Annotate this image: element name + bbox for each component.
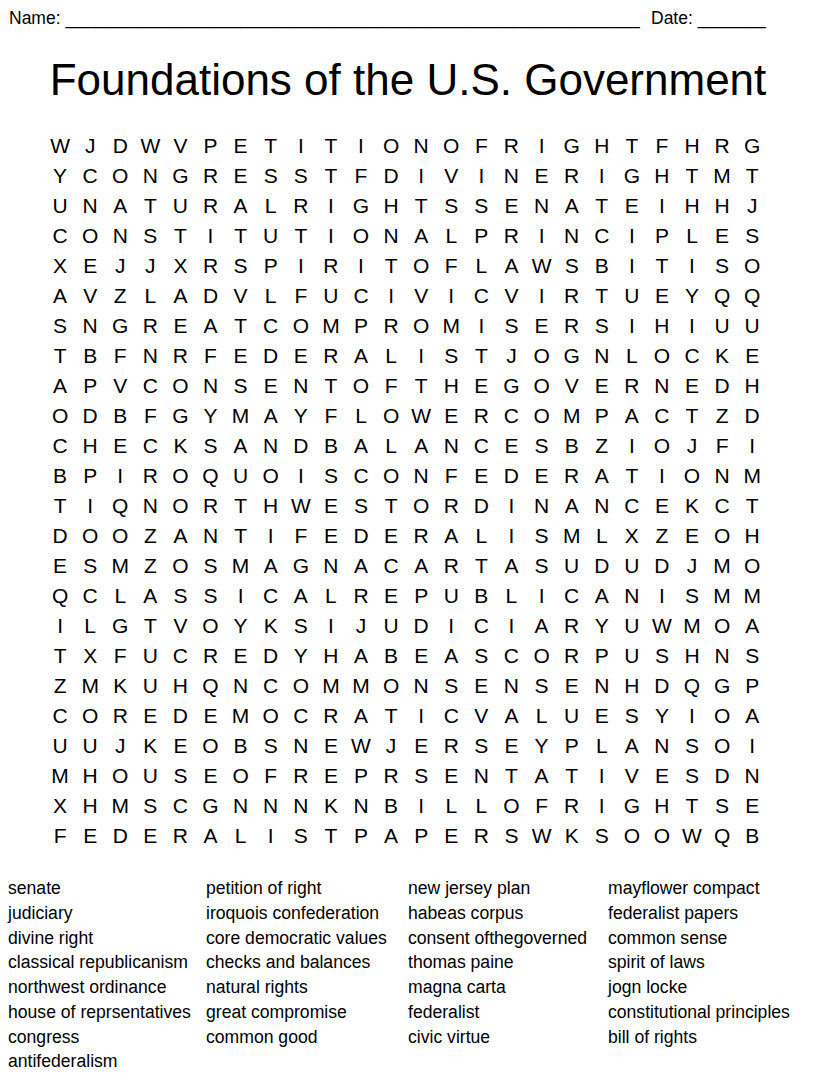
grid-cell: H	[647, 161, 677, 191]
grid-cell: G	[496, 371, 526, 401]
grid-cell: A	[256, 551, 286, 581]
grid-cell: M	[557, 401, 587, 431]
grid-cell: V	[466, 701, 496, 731]
grid-cell: S	[587, 311, 617, 341]
grid-cell: M	[557, 521, 587, 551]
grid-cell: U	[707, 311, 737, 341]
grid-cell: O	[376, 401, 406, 431]
grid-cell: A	[617, 731, 647, 761]
grid-cell: O	[617, 821, 647, 851]
grid-cell: D	[195, 281, 225, 311]
grid-cell: E	[466, 371, 496, 401]
grid-cell: D	[256, 341, 286, 371]
grid-cell: T	[316, 161, 346, 191]
grid-cell: R	[376, 761, 406, 791]
grid-cell: I	[436, 611, 466, 641]
grid-cell: Q	[737, 281, 767, 311]
grid-cell: H	[376, 191, 406, 221]
grid-cell: O	[527, 401, 557, 431]
grid-cell: I	[496, 611, 526, 641]
grid-cell: T	[226, 311, 256, 341]
grid-cell: T	[135, 611, 165, 641]
grid-cell: I	[376, 281, 406, 311]
grid-cell: N	[75, 191, 105, 221]
grid-cell: P	[587, 401, 617, 431]
grid-cell: T	[617, 131, 647, 161]
grid-cell: C	[256, 311, 286, 341]
grid-cell: O	[707, 521, 737, 551]
grid-cell: Z	[105, 281, 135, 311]
grid-cell: M	[707, 581, 737, 611]
grid-cell: S	[286, 611, 316, 641]
grid-cell: O	[436, 131, 466, 161]
grid-cell: D	[346, 521, 376, 551]
grid-cell: M	[707, 161, 737, 191]
word-list-item: bill of rights	[608, 1025, 790, 1050]
grid-cell: W	[527, 821, 557, 851]
grid-cell: U	[135, 761, 165, 791]
grid-cell: T	[376, 701, 406, 731]
grid-cell: I	[286, 251, 316, 281]
grid-cell: S	[677, 731, 707, 761]
grid-cell: Z	[45, 671, 75, 701]
grid-cell: D	[45, 521, 75, 551]
name-field: Name: __________________________________…	[9, 8, 640, 29]
grid-cell: E	[496, 731, 526, 761]
grid-cell: S	[737, 641, 767, 671]
grid-cell: I	[436, 281, 466, 311]
grid-cell: U	[45, 191, 75, 221]
grid-cell: S	[527, 431, 557, 461]
grid-cell: J	[105, 251, 135, 281]
grid-cell: M	[226, 551, 256, 581]
grid-cell: S	[45, 311, 75, 341]
grid-cell: L	[226, 821, 256, 851]
grid-cell: T	[226, 491, 256, 521]
grid-cell: C	[466, 611, 496, 641]
grid-cell: L	[376, 431, 406, 461]
grid-cell: B	[105, 401, 135, 431]
grid-cell: E	[677, 371, 707, 401]
grid-cell: N	[286, 731, 316, 761]
grid-cell: U	[75, 731, 105, 761]
grid-cell: D	[376, 161, 406, 191]
grid-cell: F	[647, 131, 677, 161]
grid-cell: G	[165, 161, 195, 191]
grid-cell: T	[226, 221, 256, 251]
grid-cell: A	[557, 191, 587, 221]
grid-cell: I	[617, 311, 647, 341]
grid-cell: U	[165, 191, 195, 221]
grid-cell: A	[527, 761, 557, 791]
grid-cell: F	[195, 341, 225, 371]
grid-cell: F	[376, 371, 406, 401]
grid-cell: S	[346, 491, 376, 521]
grid-cell: O	[647, 341, 677, 371]
grid-cell: A	[737, 611, 767, 641]
grid-cell: M	[316, 671, 346, 701]
grid-cell: E	[647, 491, 677, 521]
grid-cell: B	[737, 821, 767, 851]
grid-cell: W	[527, 251, 557, 281]
grid-cell: M	[45, 761, 75, 791]
grid-cell: O	[346, 371, 376, 401]
grid-cell: C	[707, 491, 737, 521]
grid-cell: I	[346, 131, 376, 161]
grid-cell: L	[527, 701, 557, 731]
grid-cell: R	[195, 251, 225, 281]
grid-cell: I	[316, 611, 346, 641]
grid-cell: E	[165, 311, 195, 341]
grid-cell: M	[737, 461, 767, 491]
grid-cell: N	[376, 221, 406, 251]
grid-cell: N	[707, 461, 737, 491]
grid-cell: T	[45, 641, 75, 671]
grid-cell: A	[587, 461, 617, 491]
grid-cell: Q	[707, 281, 737, 311]
grid-cell: U	[45, 731, 75, 761]
grid-cell: J	[737, 191, 767, 221]
word-list-item: constitutional principles	[608, 1000, 790, 1025]
grid-cell: D	[286, 431, 316, 461]
grid-cell: H	[256, 491, 286, 521]
name-label: Name:	[9, 8, 61, 28]
grid-cell: C	[496, 401, 526, 431]
grid-cell: T	[316, 131, 346, 161]
grid-cell: J	[135, 251, 165, 281]
grid-cell: O	[286, 671, 316, 701]
grid-cell: I	[286, 131, 316, 161]
grid-cell: J	[496, 341, 526, 371]
grid-cell: F	[527, 791, 557, 821]
grid-cell: C	[135, 371, 165, 401]
grid-cell: Y	[527, 731, 557, 761]
grid-cell: R	[195, 191, 225, 221]
grid-cell: O	[256, 461, 286, 491]
word-list-item: habeas corpus	[408, 901, 587, 926]
grid-cell: O	[406, 311, 436, 341]
grid-cell: D	[406, 611, 436, 641]
grid-cell: O	[75, 701, 105, 731]
grid-cell: R	[496, 131, 526, 161]
grid-cell: H	[647, 791, 677, 821]
grid-cell: R	[557, 161, 587, 191]
grid-cell: A	[557, 491, 587, 521]
grid-cell: T	[45, 491, 75, 521]
grid-cell: E	[617, 191, 647, 221]
grid-cell: V	[105, 371, 135, 401]
grid-cell: V	[165, 131, 195, 161]
grid-cell: S	[195, 581, 225, 611]
grid-cell: T	[165, 221, 195, 251]
grid-cell: N	[195, 521, 225, 551]
word-list-item: consent ofthegoverned	[408, 926, 587, 951]
grid-cell: E	[406, 641, 436, 671]
grid-cell: F	[135, 401, 165, 431]
grid-cell: T	[316, 821, 346, 851]
grid-cell: C	[45, 221, 75, 251]
grid-cell: T	[737, 161, 767, 191]
grid-cell: C	[165, 791, 195, 821]
grid-cell: C	[376, 551, 406, 581]
grid-cell: T	[587, 281, 617, 311]
grid-cell: A	[527, 611, 557, 641]
grid-cell: A	[195, 821, 225, 851]
grid-cell: I	[587, 161, 617, 191]
grid-cell: C	[256, 671, 286, 701]
grid-cell: L	[135, 281, 165, 311]
grid-cell: O	[346, 221, 376, 251]
grid-cell: O	[165, 551, 195, 581]
grid-cell: H	[617, 671, 647, 701]
grid-cell: T	[135, 191, 165, 221]
grid-cell: A	[256, 401, 286, 431]
grid-cell: O	[707, 731, 737, 761]
grid-cell: I	[195, 221, 225, 251]
grid-cell: J	[677, 551, 707, 581]
grid-cell: Z	[587, 431, 617, 461]
grid-cell: G	[737, 131, 767, 161]
grid-cell: T	[406, 371, 436, 401]
grid-cell: P	[75, 371, 105, 401]
grid-cell: N	[617, 581, 647, 611]
grid-cell: D	[165, 701, 195, 731]
grid-cell: E	[376, 581, 406, 611]
grid-cell: O	[647, 821, 677, 851]
grid-cell: A	[406, 221, 436, 251]
grid-cell: W	[677, 821, 707, 851]
grid-cell: N	[346, 791, 376, 821]
grid-cell: E	[496, 191, 526, 221]
grid-cell: H	[75, 791, 105, 821]
grid-cell: M	[737, 581, 767, 611]
grid-cell: F	[105, 641, 135, 671]
grid-cell: U	[617, 611, 647, 641]
grid-cell: D	[647, 551, 677, 581]
grid-cell: T	[45, 341, 75, 371]
word-list-item: spirit of laws	[608, 950, 790, 975]
grid-cell: H	[677, 131, 707, 161]
grid-cell: Q	[105, 491, 135, 521]
grid-cell: Y	[647, 701, 677, 731]
grid-cell: H	[707, 191, 737, 221]
grid-cell: D	[75, 401, 105, 431]
grid-cell: O	[195, 611, 225, 641]
grid-cell: A	[346, 701, 376, 731]
grid-cell: R	[376, 311, 406, 341]
grid-cell: M	[226, 701, 256, 731]
grid-cell: I	[286, 461, 316, 491]
grid-cell: O	[226, 761, 256, 791]
grid-cell: G	[707, 671, 737, 701]
grid-cell: E	[226, 341, 256, 371]
grid-cell: C	[346, 461, 376, 491]
grid-cell: A	[346, 641, 376, 671]
name-blank-line: ________________________________________…	[65, 8, 639, 28]
grid-cell: C	[45, 701, 75, 731]
word-list-item: natural rights	[206, 975, 387, 1000]
grid-cell: Y	[677, 281, 707, 311]
grid-cell: E	[436, 821, 466, 851]
grid-cell: I	[496, 521, 526, 551]
grid-cell: C	[75, 581, 105, 611]
grid-cell: K	[135, 731, 165, 761]
grid-cell: C	[647, 401, 677, 431]
grid-cell: U	[135, 641, 165, 671]
grid-cell: I	[587, 761, 617, 791]
grid-cell: R	[557, 791, 587, 821]
grid-cell: R	[286, 761, 316, 791]
grid-cell: E	[587, 371, 617, 401]
grid-cell: E	[226, 131, 256, 161]
grid-cell: T	[587, 191, 617, 221]
grid-cell: I	[346, 251, 376, 281]
grid-cell: N	[587, 341, 617, 371]
grid-cell: U	[557, 701, 587, 731]
grid-cell: U	[617, 641, 647, 671]
header-row: Name: __________________________________…	[9, 8, 807, 32]
grid-cell: A	[135, 581, 165, 611]
word-list-item: classical republicanism	[8, 950, 191, 975]
grid-cell: O	[406, 491, 436, 521]
grid-cell: S	[286, 821, 316, 851]
word-list-column-2: petition of rightiroquois confederationc…	[206, 876, 387, 1049]
grid-cell: A	[346, 341, 376, 371]
grid-cell: K	[707, 341, 737, 371]
word-list-item: iroquois confederation	[206, 901, 387, 926]
grid-cell: V	[75, 281, 105, 311]
grid-cell: A	[496, 551, 526, 581]
grid-cell: Z	[707, 401, 737, 431]
grid-cell: F	[45, 821, 75, 851]
grid-cell: R	[346, 581, 376, 611]
grid-cell: R	[165, 341, 195, 371]
grid-cell: A	[105, 191, 135, 221]
grid-cell: I	[406, 341, 436, 371]
word-list-item: divine right	[8, 926, 191, 951]
grid-cell: I	[677, 311, 707, 341]
grid-cell: A	[165, 281, 195, 311]
grid-cell: B	[45, 461, 75, 491]
grid-cell: A	[406, 551, 436, 581]
grid-cell: V	[617, 761, 647, 791]
grid-cell: A	[436, 521, 466, 551]
grid-cell: O	[165, 461, 195, 491]
grid-cell: C	[45, 431, 75, 461]
grid-cell: N	[496, 161, 526, 191]
grid-cell: R	[436, 551, 466, 581]
grid-cell: H	[316, 641, 346, 671]
grid-cell: O	[376, 131, 406, 161]
grid-cell: E	[316, 491, 346, 521]
grid-cell: G	[346, 191, 376, 221]
grid-cell: U	[557, 551, 587, 581]
grid-cell: I	[647, 581, 677, 611]
grid-cell: L	[466, 521, 496, 551]
grid-cell: S	[135, 791, 165, 821]
grid-cell: M	[105, 791, 135, 821]
grid-cell: N	[406, 131, 436, 161]
grid-cell: H	[75, 761, 105, 791]
grid-cell: A	[346, 551, 376, 581]
grid-cell: J	[677, 431, 707, 461]
grid-cell: S	[75, 551, 105, 581]
grid-cell: E	[316, 761, 346, 791]
grid-cell: C	[677, 341, 707, 371]
grid-cell: K	[677, 491, 707, 521]
grid-cell: J	[75, 131, 105, 161]
grid-cell: I	[527, 221, 557, 251]
grid-cell: S	[226, 251, 256, 281]
grid-cell: L	[496, 581, 526, 611]
grid-cell: N	[587, 671, 617, 701]
grid-cell: T	[406, 191, 436, 221]
grid-cell: E	[195, 701, 225, 731]
grid-cell: T	[677, 161, 707, 191]
grid-cell: G	[617, 161, 647, 191]
grid-cell: S	[677, 761, 707, 791]
grid-cell: I	[406, 701, 436, 731]
grid-cell: M	[436, 311, 466, 341]
grid-cell: W	[406, 401, 436, 431]
grid-cell: A	[436, 641, 466, 671]
word-list-item: mayflower compact	[608, 876, 790, 901]
grid-cell: C	[496, 641, 526, 671]
grid-cell: S	[677, 581, 707, 611]
grid-cell: S	[195, 431, 225, 461]
grid-cell: R	[557, 461, 587, 491]
puzzle-title: Foundations of the U.S. Government	[0, 54, 816, 106]
grid-cell: E	[466, 461, 496, 491]
grid-cell: W	[286, 491, 316, 521]
grid-cell: R	[557, 611, 587, 641]
grid-cell: C	[436, 701, 466, 731]
grid-cell: T	[256, 131, 286, 161]
grid-cell: M	[346, 671, 376, 701]
word-list-item: magna carta	[408, 975, 587, 1000]
grid-cell: S	[165, 581, 195, 611]
grid-cell: H	[737, 371, 767, 401]
grid-cell: Z	[647, 521, 677, 551]
word-list-item: common sense	[608, 926, 790, 951]
grid-cell: D	[707, 761, 737, 791]
grid-cell: I	[647, 191, 677, 221]
grid-cell: B	[466, 581, 496, 611]
grid-cell: F	[466, 131, 496, 161]
grid-cell: H	[647, 311, 677, 341]
grid-cell: T	[376, 251, 406, 281]
grid-cell: N	[527, 191, 557, 221]
grid-cell: E	[256, 371, 286, 401]
grid-cell: C	[165, 641, 195, 671]
grid-cell: O	[406, 251, 436, 281]
grid-cell: D	[707, 371, 737, 401]
word-list-item: house of reprsentatives	[8, 1000, 191, 1025]
grid-cell: I	[496, 491, 526, 521]
grid-cell: N	[105, 221, 135, 251]
grid-cell: L	[256, 191, 286, 221]
grid-cell: U	[135, 671, 165, 701]
grid-cell: R	[617, 371, 647, 401]
grid-cell: N	[737, 761, 767, 791]
grid-cell: O	[286, 311, 316, 341]
grid-cell: E	[737, 791, 767, 821]
grid-cell: N	[647, 371, 677, 401]
grid-cell: L	[376, 341, 406, 371]
grid-cell: U	[436, 581, 466, 611]
grid-cell: S	[496, 821, 526, 851]
grid-cell: R	[406, 521, 436, 551]
